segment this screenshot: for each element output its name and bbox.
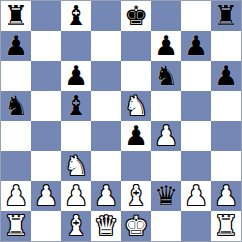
white-bishop-icon: ♝ — [124, 181, 148, 211]
black-pawn-icon: ♟ — [4, 31, 28, 61]
square-c1[interactable]: ♝ — [61, 211, 91, 241]
square-e2[interactable]: ♝ — [121, 181, 151, 211]
square-b8[interactable] — [31, 1, 61, 31]
square-a3[interactable] — [1, 151, 31, 181]
black-pawn-icon: ♟ — [214, 61, 238, 91]
square-a2[interactable]: ♟ — [1, 181, 31, 211]
black-knight-icon: ♞ — [154, 61, 178, 91]
square-c7[interactable] — [61, 31, 91, 61]
white-knight-icon: ♞ — [64, 151, 88, 181]
square-f6[interactable]: ♞ — [151, 61, 181, 91]
square-b7[interactable] — [31, 31, 61, 61]
square-b1[interactable] — [31, 211, 61, 241]
square-e5[interactable]: ♞ — [121, 91, 151, 121]
square-e8[interactable]: ♚ — [121, 1, 151, 31]
square-h1[interactable]: ♜ — [211, 211, 241, 241]
square-a7[interactable]: ♟ — [1, 31, 31, 61]
white-pawn-icon: ♟ — [4, 181, 28, 211]
square-b3[interactable] — [31, 151, 61, 181]
white-pawn-icon: ♟ — [34, 181, 58, 211]
square-c5[interactable]: ♝ — [61, 91, 91, 121]
square-g1[interactable] — [181, 211, 211, 241]
square-g8[interactable] — [181, 1, 211, 31]
square-g6[interactable] — [181, 61, 211, 91]
black-knight-icon: ♞ — [4, 91, 28, 121]
square-f8[interactable] — [151, 1, 181, 31]
square-f7[interactable]: ♟ — [151, 31, 181, 61]
square-f3[interactable] — [151, 151, 181, 181]
square-e3[interactable] — [121, 151, 151, 181]
white-king-icon: ♚ — [124, 211, 148, 241]
black-king-icon: ♚ — [124, 1, 148, 31]
square-g4[interactable] — [181, 121, 211, 151]
square-h6[interactable]: ♟ — [211, 61, 241, 91]
black-queen-icon: ♛ — [154, 181, 178, 211]
square-h5[interactable] — [211, 91, 241, 121]
black-bishop-icon: ♝ — [64, 1, 88, 31]
black-pawn-icon: ♟ — [154, 31, 178, 61]
square-e7[interactable] — [121, 31, 151, 61]
square-g5[interactable] — [181, 91, 211, 121]
square-d6[interactable] — [91, 61, 121, 91]
square-d2[interactable]: ♟ — [91, 181, 121, 211]
square-e4[interactable]: ♟ — [121, 121, 151, 151]
square-c3[interactable]: ♞ — [61, 151, 91, 181]
black-pawn-icon: ♟ — [184, 31, 208, 61]
square-d4[interactable] — [91, 121, 121, 151]
white-pawn-icon: ♟ — [154, 121, 178, 151]
white-queen-icon: ♛ — [94, 211, 118, 241]
square-g3[interactable] — [181, 151, 211, 181]
white-knight-icon: ♞ — [124, 91, 148, 121]
square-a5[interactable]: ♞ — [1, 91, 31, 121]
square-f2[interactable]: ♛ — [151, 181, 181, 211]
square-d5[interactable] — [91, 91, 121, 121]
square-e6[interactable] — [121, 61, 151, 91]
black-rook-icon: ♜ — [214, 1, 238, 31]
black-pawn-icon: ♟ — [124, 121, 148, 151]
square-h4[interactable] — [211, 121, 241, 151]
square-g2[interactable]: ♟ — [181, 181, 211, 211]
square-d7[interactable] — [91, 31, 121, 61]
square-b6[interactable] — [31, 61, 61, 91]
white-pawn-icon: ♟ — [64, 181, 88, 211]
square-b5[interactable] — [31, 91, 61, 121]
square-f5[interactable] — [151, 91, 181, 121]
square-h8[interactable]: ♜ — [211, 1, 241, 31]
square-c8[interactable]: ♝ — [61, 1, 91, 31]
square-a6[interactable] — [1, 61, 31, 91]
square-c4[interactable] — [61, 121, 91, 151]
white-bishop-icon: ♝ — [64, 211, 88, 241]
square-h2[interactable]: ♟ — [211, 181, 241, 211]
black-bishop-icon: ♝ — [64, 91, 88, 121]
square-d8[interactable] — [91, 1, 121, 31]
square-h3[interactable] — [211, 151, 241, 181]
square-b4[interactable] — [31, 121, 61, 151]
white-rook-icon: ♜ — [214, 211, 238, 241]
black-rook-icon: ♜ — [4, 1, 28, 31]
square-b2[interactable]: ♟ — [31, 181, 61, 211]
square-c6[interactable]: ♟ — [61, 61, 91, 91]
square-a8[interactable]: ♜ — [1, 1, 31, 31]
black-pawn-icon: ♟ — [64, 61, 88, 91]
square-a1[interactable]: ♜ — [1, 211, 31, 241]
square-d3[interactable] — [91, 151, 121, 181]
square-c2[interactable]: ♟ — [61, 181, 91, 211]
square-e1[interactable]: ♚ — [121, 211, 151, 241]
square-h7[interactable] — [211, 31, 241, 61]
white-pawn-icon: ♟ — [214, 181, 238, 211]
white-pawn-icon: ♟ — [184, 181, 208, 211]
square-f1[interactable] — [151, 211, 181, 241]
white-rook-icon: ♜ — [4, 211, 28, 241]
square-a4[interactable] — [1, 121, 31, 151]
square-g7[interactable]: ♟ — [181, 31, 211, 61]
square-d1[interactable]: ♛ — [91, 211, 121, 241]
white-pawn-icon: ♟ — [94, 181, 118, 211]
square-f4[interactable]: ♟ — [151, 121, 181, 151]
chess-board: ♜♝♚♜♟♟♟♟♞♟♞♝♞♟♟♞♟♟♟♟♝♛♟♟♜♝♛♚♜ — [0, 0, 242, 242]
